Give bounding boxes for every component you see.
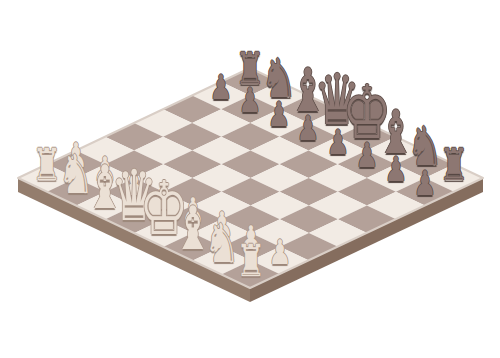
white-knight[interactable]: ♞	[204, 217, 240, 271]
white-rook[interactable]: ♜	[236, 240, 266, 284]
black-pawn[interactable]: ♟	[355, 139, 378, 173]
black-pawn[interactable]: ♟	[268, 97, 291, 131]
black-pawn[interactable]: ♟	[413, 166, 436, 200]
black-pawn[interactable]: ♟	[210, 70, 233, 104]
black-pawn[interactable]: ♟	[384, 152, 407, 186]
black-pawn[interactable]: ♟	[326, 125, 349, 159]
chessboard-illustration: ♜♞♝♛♚♝♞♜♟♟♟♟♟♟♟♟♟♟♟♟♟♟♟♟♜♞♝♛♚♝♞♜	[0, 0, 500, 358]
white-pawn[interactable]: ♟	[268, 235, 291, 269]
black-rook[interactable]: ♜	[439, 143, 469, 187]
black-pawn[interactable]: ♟	[239, 84, 262, 118]
black-pawn[interactable]: ♟	[297, 111, 320, 145]
